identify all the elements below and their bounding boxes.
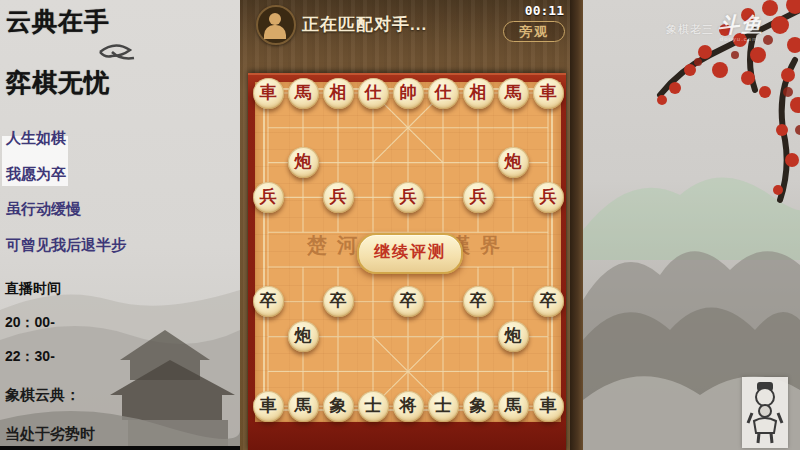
mascot-figure (742, 377, 788, 448)
piece-black-馬[interactable]: 馬 (288, 391, 319, 422)
opponent-avatar (256, 5, 296, 45)
schedule-line-0: 直播时间 (5, 280, 240, 298)
matching-status-text: 正在匹配对手... (302, 13, 427, 36)
piece-black-卒[interactable]: 卒 (393, 286, 424, 317)
piece-red-仕[interactable]: 仕 (358, 78, 389, 109)
poem-line-2: 虽行动缓慢 (6, 200, 240, 219)
stream-title-line2: 弈棋无忧 (6, 66, 240, 99)
piece-red-炮[interactable]: 炮 (498, 147, 529, 178)
piece-black-士[interactable]: 士 (358, 391, 389, 422)
poem-line-3: 可曾见我后退半步 (6, 236, 240, 255)
piece-red-兵[interactable]: 兵 (323, 182, 354, 213)
piece-black-卒[interactable]: 卒 (323, 286, 354, 317)
piece-red-車[interactable]: 車 (253, 78, 284, 109)
piece-red-兵[interactable]: 兵 (533, 182, 564, 213)
screenshot-root: 云典在手 弈棋无忧 人生如棋我愿为卒虽行动缓慢可曾见我后退半步 直播时间20：0… (0, 0, 800, 450)
bottom-black-bar (0, 446, 240, 450)
piece-red-兵[interactable]: 兵 (393, 182, 424, 213)
match-timer: 00:11 (525, 3, 564, 18)
piece-black-炮[interactable]: 炮 (498, 321, 529, 352)
piece-red-兵[interactable]: 兵 (463, 182, 494, 213)
watermark-streamer-name: 象棋老三 (666, 22, 714, 37)
crane-icon (100, 45, 134, 58)
stream-watermark: 象棋老三 斗鱼 douyu.com (666, 14, 764, 42)
piece-black-炮[interactable]: 炮 (288, 321, 319, 352)
piece-black-象[interactable]: 象 (323, 391, 354, 422)
piece-black-士[interactable]: 士 (428, 391, 459, 422)
piece-red-仕[interactable]: 仕 (428, 78, 459, 109)
continue-evaluation-button[interactable]: 继续评测 (357, 233, 463, 274)
piece-red-馬[interactable]: 馬 (288, 78, 319, 109)
piece-black-卒[interactable]: 卒 (533, 286, 564, 317)
schedule-line-2: 22：30- (5, 348, 240, 366)
tip-line-1: 当处于劣势时 (5, 425, 240, 444)
piece-black-馬[interactable]: 馬 (498, 391, 529, 422)
tip-line-0: 象棋云典： (5, 386, 240, 405)
douyu-logo-subtext: douyu.com (714, 36, 764, 42)
spectate-button[interactable]: 旁观 (503, 21, 565, 42)
left-text-panel: 云典在手 弈棋无忧 人生如棋我愿为卒虽行动缓慢可曾见我后退半步 直播时间20：0… (0, 0, 240, 450)
xiangqi-game-panel: 正在匹配对手... 00:11 旁观 楚河 漢界 車馬相仕帥仕相馬車炮炮兵兵兵兵… (240, 0, 570, 450)
piece-red-炮[interactable]: 炮 (288, 147, 319, 178)
piece-black-車[interactable]: 車 (533, 391, 564, 422)
poem-line-1: 我愿为卒 (6, 165, 240, 184)
piece-red-相[interactable]: 相 (323, 78, 354, 109)
avatar-person-icon (269, 13, 281, 25)
piece-red-帥[interactable]: 帥 (393, 78, 424, 109)
piece-black-車[interactable]: 車 (253, 391, 284, 422)
douyu-logo: 斗鱼 (718, 14, 764, 36)
schedule-line-1: 20：00- (5, 314, 240, 332)
piece-red-相[interactable]: 相 (463, 78, 494, 109)
piece-black-象[interactable]: 象 (463, 391, 494, 422)
piece-black-卒[interactable]: 卒 (463, 286, 494, 317)
piece-black-卒[interactable]: 卒 (253, 286, 284, 317)
stream-title-line1: 云典在手 (6, 5, 240, 38)
poem-line-0: 人生如棋 (6, 129, 240, 148)
right-art-panel: 象棋老三 斗鱼 douyu.com (570, 0, 800, 450)
piece-black-将[interactable]: 将 (393, 391, 424, 422)
piece-red-兵[interactable]: 兵 (253, 182, 284, 213)
piece-red-馬[interactable]: 馬 (498, 78, 529, 109)
piece-red-車[interactable]: 車 (533, 78, 564, 109)
